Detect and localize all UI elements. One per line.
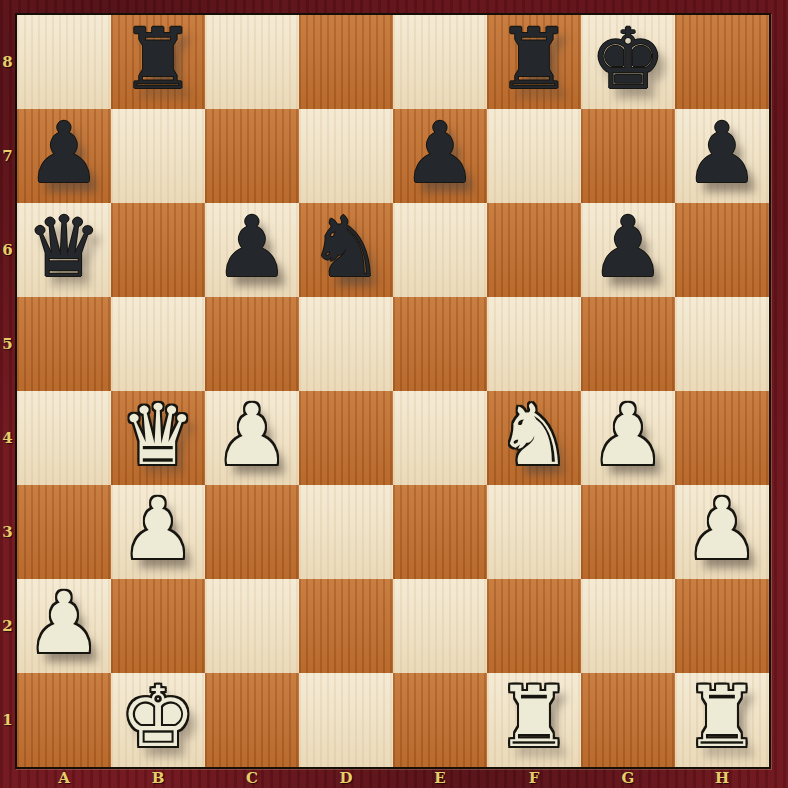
black-rook-b8[interactable]: ♜ [120, 12, 195, 106]
square-d7[interactable] [299, 109, 393, 203]
square-g3[interactable] [581, 485, 675, 579]
square-c1[interactable] [205, 673, 299, 767]
square-h6[interactable] [675, 203, 769, 297]
square-h7[interactable]: ♟ [675, 109, 769, 203]
square-c4[interactable]: ♟ [205, 391, 299, 485]
square-d6[interactable]: ♞ [299, 203, 393, 297]
square-h8[interactable] [675, 15, 769, 109]
square-e1[interactable] [393, 673, 487, 767]
square-a8[interactable] [17, 15, 111, 109]
square-d3[interactable] [299, 485, 393, 579]
square-c8[interactable] [205, 15, 299, 109]
rank-label-7: 7 [0, 109, 15, 203]
black-pawn-a7[interactable]: ♟ [26, 106, 101, 200]
square-b5[interactable] [111, 297, 205, 391]
file-label-c: C [205, 769, 299, 788]
square-d4[interactable] [299, 391, 393, 485]
square-f8[interactable]: ♜ [487, 15, 581, 109]
square-e4[interactable] [393, 391, 487, 485]
square-g5[interactable] [581, 297, 675, 391]
file-label-f: F [487, 769, 581, 788]
square-g2[interactable] [581, 579, 675, 673]
square-a2[interactable]: ♟ [17, 579, 111, 673]
white-rook-f1[interactable]: ♜ [496, 670, 571, 764]
square-g6[interactable]: ♟ [581, 203, 675, 297]
square-f4[interactable]: ♞ [487, 391, 581, 485]
square-b7[interactable] [111, 109, 205, 203]
square-b4[interactable]: ♛ [111, 391, 205, 485]
square-d5[interactable] [299, 297, 393, 391]
square-c3[interactable] [205, 485, 299, 579]
square-h1[interactable]: ♜ [675, 673, 769, 767]
square-h3[interactable]: ♟ [675, 485, 769, 579]
square-e2[interactable] [393, 579, 487, 673]
square-e6[interactable] [393, 203, 487, 297]
square-h4[interactable] [675, 391, 769, 485]
square-a5[interactable] [17, 297, 111, 391]
white-queen-b4[interactable]: ♛ [120, 388, 195, 482]
black-king-g8[interactable]: ♚ [590, 12, 665, 106]
file-label-e: E [393, 769, 487, 788]
square-g8[interactable]: ♚ [581, 15, 675, 109]
square-d8[interactable] [299, 15, 393, 109]
square-f5[interactable] [487, 297, 581, 391]
black-knight-d6[interactable]: ♞ [308, 200, 383, 294]
square-g7[interactable] [581, 109, 675, 203]
rank-label-1: 1 [0, 673, 15, 767]
square-e7[interactable]: ♟ [393, 109, 487, 203]
square-a4[interactable] [17, 391, 111, 485]
square-g1[interactable] [581, 673, 675, 767]
square-c6[interactable]: ♟ [205, 203, 299, 297]
square-e8[interactable] [393, 15, 487, 109]
white-rook-h1[interactable]: ♜ [684, 670, 759, 764]
white-pawn-g4[interactable]: ♟ [590, 388, 665, 482]
file-label-h: H [675, 769, 769, 788]
square-f1[interactable]: ♜ [487, 673, 581, 767]
square-f6[interactable] [487, 203, 581, 297]
square-c7[interactable] [205, 109, 299, 203]
rank-label-8: 8 [0, 15, 15, 109]
square-b1[interactable]: ♚ [111, 673, 205, 767]
black-pawn-e7[interactable]: ♟ [402, 106, 477, 200]
rank-label-2: 2 [0, 579, 15, 673]
square-d2[interactable] [299, 579, 393, 673]
square-c5[interactable] [205, 297, 299, 391]
black-queen-a6[interactable]: ♛ [26, 200, 101, 294]
file-label-b: B [111, 769, 205, 788]
square-a6[interactable]: ♛ [17, 203, 111, 297]
black-pawn-g6[interactable]: ♟ [590, 200, 665, 294]
square-b8[interactable]: ♜ [111, 15, 205, 109]
square-g4[interactable]: ♟ [581, 391, 675, 485]
rank-label-5: 5 [0, 297, 15, 391]
white-pawn-b3[interactable]: ♟ [120, 482, 195, 576]
black-pawn-c6[interactable]: ♟ [214, 200, 289, 294]
square-b2[interactable] [111, 579, 205, 673]
white-pawn-a2[interactable]: ♟ [26, 576, 101, 670]
file-label-a: A [17, 769, 111, 788]
square-f2[interactable] [487, 579, 581, 673]
square-e5[interactable] [393, 297, 487, 391]
white-pawn-h3[interactable]: ♟ [684, 482, 759, 576]
square-c2[interactable] [205, 579, 299, 673]
square-f7[interactable] [487, 109, 581, 203]
square-b3[interactable]: ♟ [111, 485, 205, 579]
chess-board-frame: ♜♜♚♟♟♟♛♟♞♟♛♟♞♟♟♟♟♚♜♜ 87654321 ABCDEFGH [0, 0, 788, 788]
rank-label-3: 3 [0, 485, 15, 579]
white-knight-f4[interactable]: ♞ [496, 388, 571, 482]
square-d1[interactable] [299, 673, 393, 767]
black-pawn-h7[interactable]: ♟ [684, 106, 759, 200]
file-label-g: G [581, 769, 675, 788]
square-a3[interactable] [17, 485, 111, 579]
square-a7[interactable]: ♟ [17, 109, 111, 203]
square-h5[interactable] [675, 297, 769, 391]
white-king-b1[interactable]: ♚ [120, 670, 195, 764]
white-pawn-c4[interactable]: ♟ [214, 388, 289, 482]
square-h2[interactable] [675, 579, 769, 673]
square-e3[interactable] [393, 485, 487, 579]
file-label-d: D [299, 769, 393, 788]
square-a1[interactable] [17, 673, 111, 767]
black-rook-f8[interactable]: ♜ [496, 12, 571, 106]
rank-label-4: 4 [0, 391, 15, 485]
square-f3[interactable] [487, 485, 581, 579]
chess-board: ♜♜♚♟♟♟♛♟♞♟♛♟♞♟♟♟♟♚♜♜ [15, 13, 771, 769]
rank-label-6: 6 [0, 203, 15, 297]
square-b6[interactable] [111, 203, 205, 297]
